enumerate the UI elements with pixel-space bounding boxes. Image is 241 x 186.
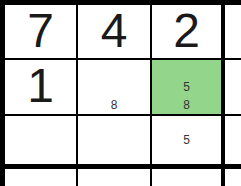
sudoku-cell-r2c2[interactable]: 8: [78, 60, 152, 116]
sudoku-cell-partial: [152, 169, 225, 186]
sudoku-cell-r3c3[interactable]: 5: [152, 116, 225, 169]
given-digit: 1: [27, 62, 54, 110]
sudoku-cell-partial: [225, 169, 241, 186]
given-digit: 4: [101, 7, 128, 55]
sudoku-cell-r1c2[interactable]: 4: [78, 5, 152, 60]
candidate-digit: 5: [175, 132, 198, 148]
sudoku-cell-partial: [225, 60, 241, 116]
candidate-grid: 5: [152, 116, 221, 164]
sudoku-cell-partial: [225, 116, 241, 169]
candidate-digit: 8: [175, 96, 198, 114]
sudoku-cell-partial: [225, 5, 241, 60]
candidate-grid: 58: [152, 60, 221, 114]
candidate-digit: 8: [102, 96, 126, 114]
sudoku-board: 74218585: [0, 0, 241, 186]
sudoku-cell-r1c3[interactable]: 2: [152, 5, 225, 60]
sudoku-cell-partial: [5, 169, 78, 186]
given-digit: 2: [173, 7, 200, 55]
sudoku-cell-r2c3[interactable]: 58: [152, 60, 225, 116]
sudoku-cell-partial: [78, 169, 152, 186]
given-digit: 7: [27, 7, 54, 55]
candidate-digit: 5: [175, 78, 198, 96]
sudoku-cell-r1c1[interactable]: 7: [5, 5, 78, 60]
sudoku-cell-r3c1[interactable]: [5, 116, 78, 169]
candidate-grid: 8: [78, 60, 150, 114]
sudoku-cell-r2c1[interactable]: 1: [5, 60, 78, 116]
sudoku-cell-r3c2[interactable]: [78, 116, 152, 169]
